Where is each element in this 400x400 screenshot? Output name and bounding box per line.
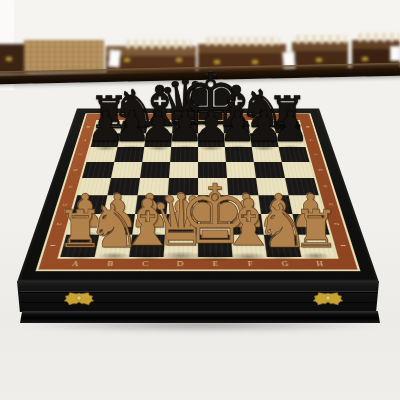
white-rook-h1[interactable]: ♜ [293,204,339,256]
pieces-layer: ♜♞♝♛♚♝♞♜♟♟♟♟♟♟♟♟♟♟♟♟♟♟♟♟♜♞♝♛♚♝♞♜ [0,0,400,400]
product-photo-chess-set: ABCDEFGH ABCDEFGH 87654321 87654321 ♜♞♝♛… [0,0,400,400]
black-pawn-h7[interactable]: ♟ [272,106,310,148]
